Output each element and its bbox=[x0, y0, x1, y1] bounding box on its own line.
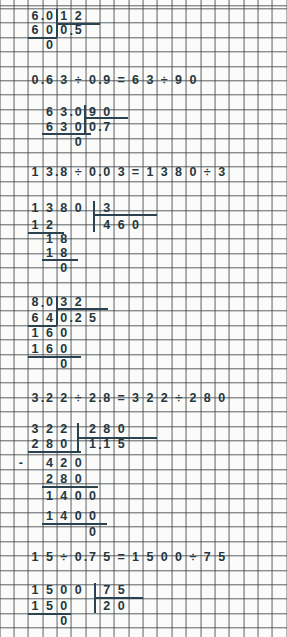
digit-cell: 0 bbox=[71, 583, 85, 597]
digit-cell: 2 bbox=[42, 218, 56, 232]
decimal-point: . bbox=[69, 24, 72, 38]
equation-digit-cell: 3. bbox=[28, 391, 42, 405]
decimal-point: . bbox=[98, 391, 101, 405]
digit-cell: 3 bbox=[100, 201, 114, 215]
equation-digit-cell: 5 bbox=[143, 550, 157, 564]
digit-cell: 3. bbox=[57, 105, 71, 119]
decimal-point: . bbox=[69, 311, 72, 325]
equation-digit-cell: 2 bbox=[57, 391, 71, 405]
equation-equals-sign: = bbox=[128, 165, 142, 179]
digit-cell: 8 bbox=[57, 201, 71, 215]
digit-cell: 0 bbox=[85, 509, 99, 523]
equation-division-sign: ÷ bbox=[157, 73, 171, 87]
equation-digit-cell: 7 bbox=[200, 550, 214, 564]
equation-digit-cell: 0. bbox=[85, 165, 99, 179]
decimal-point: . bbox=[41, 9, 44, 23]
decimal-point: . bbox=[98, 165, 101, 179]
equation-digit-cell: 9 bbox=[100, 73, 114, 87]
digit-cell: 1 bbox=[28, 326, 42, 340]
work-row: 0 bbox=[0, 357, 287, 371]
equation-digit-cell: 1 bbox=[28, 550, 42, 564]
digit-cell: 0 bbox=[57, 357, 71, 371]
digit-cell: 1 bbox=[42, 509, 56, 523]
digit-cell: 8 bbox=[100, 422, 114, 436]
decimal-point: . bbox=[84, 550, 87, 564]
digit-cell: 0 bbox=[114, 599, 128, 613]
digit-cell: 1 bbox=[28, 599, 42, 613]
work-row: 12460 bbox=[0, 218, 287, 232]
equation-row: 13.8÷0.03=1380÷3 bbox=[0, 165, 287, 179]
digit-cell: 8 bbox=[57, 232, 71, 246]
equation-digit-cell: 5 bbox=[214, 550, 228, 564]
digit-cell: 0 bbox=[57, 583, 71, 597]
digit-cell: 0 bbox=[57, 614, 71, 628]
digit-cell: 6. bbox=[28, 9, 42, 23]
equation-digit-cell: 0 bbox=[214, 391, 228, 405]
digit-cell: 0 bbox=[128, 218, 142, 232]
digit-cell: 4 bbox=[100, 218, 114, 232]
work-row: 150075 bbox=[0, 583, 287, 597]
digit-cell: 2 bbox=[100, 599, 114, 613]
equation-digit-cell: 5 bbox=[100, 550, 114, 564]
digit-cell: 1 bbox=[57, 9, 71, 23]
subtraction-line bbox=[42, 486, 98, 488]
digit-cell: 2 bbox=[71, 9, 85, 23]
equation-digit-cell: 3 bbox=[157, 165, 171, 179]
digit-cell: 6 bbox=[42, 326, 56, 340]
digit-cell: 1 bbox=[100, 437, 114, 451]
digit-cell: 6 bbox=[42, 120, 56, 134]
equation-digit-cell: 0 bbox=[157, 550, 171, 564]
work-row: 63.090 bbox=[0, 105, 287, 119]
digit-cell: 2 bbox=[28, 437, 42, 451]
digit-cell: 1 bbox=[28, 342, 42, 356]
digit-cell: 0 bbox=[71, 120, 85, 134]
digit-cell: 0 bbox=[42, 9, 56, 23]
equation-equals-sign: = bbox=[114, 550, 128, 564]
equation-division-sign: ÷ bbox=[186, 550, 200, 564]
equation-row: 3.22÷2.8=322÷280 bbox=[0, 391, 287, 405]
digit-cell: 0 bbox=[57, 599, 71, 613]
quotient-line bbox=[85, 117, 128, 119]
equation-equals-sign: = bbox=[114, 73, 128, 87]
digit-cell: 0 bbox=[57, 342, 71, 356]
equation-digit-cell: 2. bbox=[85, 391, 99, 405]
equation-digit-cell: 8 bbox=[171, 165, 185, 179]
work-row: 13803 bbox=[0, 201, 287, 215]
work-row: 18 bbox=[0, 232, 287, 246]
work-row: 0 bbox=[0, 135, 287, 149]
digit-cell: 2 bbox=[57, 456, 71, 470]
equation-digit-cell: 0 bbox=[171, 550, 185, 564]
equation-digit-cell: 3 bbox=[57, 73, 71, 87]
divisor-bar bbox=[93, 201, 95, 232]
decimal-point: . bbox=[41, 296, 44, 310]
digit-cell: 2 bbox=[85, 422, 99, 436]
subtraction-line bbox=[28, 325, 57, 327]
subtraction-line bbox=[42, 133, 91, 135]
equation-digit-cell: 0. bbox=[71, 550, 85, 564]
equation-division-sign: ÷ bbox=[71, 73, 85, 87]
decimal-point: . bbox=[41, 73, 44, 87]
equation-equals-sign: = bbox=[114, 391, 128, 405]
digit-cell: 6 bbox=[28, 23, 42, 37]
equation-digit-cell: 6 bbox=[42, 73, 56, 87]
equation-digit-cell: 3. bbox=[42, 165, 56, 179]
equation-digit-cell: 0 bbox=[100, 165, 114, 179]
digit-cell: 0 bbox=[71, 509, 85, 523]
equation-digit-cell: 8 bbox=[100, 391, 114, 405]
decimal-point: . bbox=[69, 105, 72, 119]
digit-cell: 0 bbox=[57, 261, 71, 275]
digit-cell: 2 bbox=[57, 422, 71, 436]
equation-digit-cell: 1 bbox=[143, 165, 157, 179]
equation-digit-cell: 0. bbox=[28, 73, 42, 87]
subtraction-line bbox=[42, 523, 107, 525]
equation-digit-cell: 3 bbox=[143, 73, 157, 87]
equation-row: 15÷0.75=1500÷75 bbox=[0, 550, 287, 564]
equation-digit-cell: 3 bbox=[114, 165, 128, 179]
digit-cell: 4 bbox=[42, 311, 56, 325]
digit-cell: 0 bbox=[57, 326, 71, 340]
digit-cell: 6 bbox=[42, 342, 56, 356]
digit-cell: 6 bbox=[28, 311, 42, 325]
subtraction-line bbox=[28, 232, 64, 234]
equation-digit-cell: 1 bbox=[128, 550, 142, 564]
quotient-line bbox=[94, 214, 157, 216]
digit-cell: 0 bbox=[114, 422, 128, 436]
equation-digit-cell: 6 bbox=[128, 73, 142, 87]
work-row: 1400 bbox=[0, 489, 287, 503]
decimal-point: . bbox=[98, 73, 101, 87]
digit-cell: 5 bbox=[114, 437, 128, 451]
digit-cell: 4 bbox=[57, 489, 71, 503]
equation-digit-cell: 3 bbox=[214, 165, 228, 179]
quotient-line bbox=[95, 597, 142, 599]
digit-cell: 6 bbox=[114, 218, 128, 232]
work-row: 160 bbox=[0, 326, 287, 340]
digit-cell: 8. bbox=[28, 295, 42, 309]
equation-digit-cell: 8 bbox=[57, 165, 71, 179]
work-row: 6300.7 bbox=[0, 120, 287, 134]
digit-cell: 5 bbox=[85, 311, 99, 325]
digit-cell: 1 bbox=[42, 489, 56, 503]
work-row: 322280 bbox=[0, 422, 287, 436]
digit-cell: 0 bbox=[71, 456, 85, 470]
equation-division-sign: ÷ bbox=[171, 391, 185, 405]
digit-cell: 1 bbox=[28, 218, 42, 232]
digit-cell: 8 bbox=[42, 437, 56, 451]
digit-cell: 2 bbox=[71, 311, 85, 325]
digit-cell: 5 bbox=[71, 23, 85, 37]
equation-division-sign: ÷ bbox=[71, 165, 85, 179]
subtraction-line bbox=[28, 451, 81, 453]
subtraction-line bbox=[42, 259, 78, 261]
equation-division-sign: ÷ bbox=[57, 550, 71, 564]
minus-sign: - bbox=[14, 456, 28, 470]
subtraction-line bbox=[28, 356, 81, 358]
equation-digit-cell: 2 bbox=[143, 391, 157, 405]
decimal-point: . bbox=[55, 165, 58, 179]
digit-cell: 5 bbox=[42, 599, 56, 613]
equation-division-sign: ÷ bbox=[200, 165, 214, 179]
work-row: 0 bbox=[0, 261, 287, 275]
digit-cell: 4 bbox=[42, 456, 56, 470]
work-row: 640.25 bbox=[0, 311, 287, 325]
equation-digit-cell: 0 bbox=[186, 165, 200, 179]
equation-digit-cell: 3 bbox=[128, 391, 142, 405]
work-row: 600.5 bbox=[0, 23, 287, 37]
digit-cell: 6 bbox=[42, 105, 56, 119]
work-row: 0 bbox=[0, 38, 287, 52]
work-row: 280 bbox=[0, 472, 287, 486]
work-row: -420 bbox=[0, 456, 287, 470]
digit-cell: 5 bbox=[42, 583, 56, 597]
digit-cell: 0 bbox=[71, 201, 85, 215]
digit-cell: 0 bbox=[42, 38, 56, 52]
digit-cell: 1 bbox=[28, 583, 42, 597]
equation-digit-cell: 7 bbox=[85, 550, 99, 564]
work-row: 15020 bbox=[0, 599, 287, 613]
work-row: 1400 bbox=[0, 509, 287, 523]
digit-cell: 0 bbox=[42, 295, 56, 309]
decimal-point: . bbox=[98, 438, 101, 452]
digit-cell: 0 bbox=[85, 525, 99, 539]
digit-cell: 0. bbox=[57, 23, 71, 37]
digit-cell: 0 bbox=[42, 23, 56, 37]
digit-cell: 2 bbox=[42, 472, 56, 486]
subtraction-line bbox=[28, 37, 57, 39]
digit-cell: 2 bbox=[42, 422, 56, 436]
equation-row: 0.63÷0.9=63÷90 bbox=[0, 73, 287, 87]
digit-cell: 1 bbox=[28, 201, 42, 215]
work-row: 2801.15 bbox=[0, 437, 287, 451]
work-row: 6.012 bbox=[0, 9, 287, 23]
digit-cell: 8 bbox=[57, 472, 71, 486]
equation-digit-cell: 2 bbox=[186, 391, 200, 405]
digit-cell: 0 bbox=[85, 489, 99, 503]
equation-digit-cell: 2 bbox=[157, 391, 171, 405]
digit-cell: 0 bbox=[57, 437, 71, 451]
digit-cell: 1. bbox=[85, 437, 99, 451]
subtraction-line bbox=[28, 613, 71, 615]
digit-cell: 0 bbox=[71, 135, 85, 149]
digit-cell: 2 bbox=[71, 295, 85, 309]
equation-digit-cell: 0 bbox=[186, 73, 200, 87]
digit-cell: 1 bbox=[42, 232, 56, 246]
work-row: 8.032 bbox=[0, 295, 287, 309]
work-row: 0 bbox=[0, 525, 287, 539]
quotient-line bbox=[57, 23, 100, 25]
decimal-point: . bbox=[98, 120, 101, 134]
equation-digit-cell: 1 bbox=[28, 165, 42, 179]
equation-digit-cell: 0. bbox=[85, 73, 99, 87]
digit-cell: 0 bbox=[71, 105, 85, 119]
digit-cell: 3 bbox=[57, 120, 71, 134]
digit-cell: 0. bbox=[85, 120, 99, 134]
equation-digit-cell: 9 bbox=[171, 73, 185, 87]
digit-cell: 7 bbox=[100, 583, 114, 597]
work-row: 0 bbox=[0, 614, 287, 628]
graph-paper-worksheet: 6.012600.500.63÷0.9=63÷9063.0906300.7013… bbox=[0, 0, 287, 637]
digit-cell: 0. bbox=[57, 311, 71, 325]
digit-cell: 4 bbox=[57, 509, 71, 523]
digit-cell: 0 bbox=[71, 472, 85, 486]
equation-digit-cell: 5 bbox=[42, 550, 56, 564]
equation-division-sign: ÷ bbox=[71, 391, 85, 405]
digit-cell: 3 bbox=[42, 201, 56, 215]
digit-cell: 5 bbox=[114, 583, 128, 597]
equation-digit-cell: 8 bbox=[200, 391, 214, 405]
quotient-line bbox=[78, 437, 157, 439]
digit-cell: 3 bbox=[28, 422, 42, 436]
digit-cell: 7 bbox=[100, 120, 114, 134]
equation-digit-cell: 2 bbox=[42, 391, 56, 405]
digit-cell: 3 bbox=[57, 295, 71, 309]
work-row: 160 bbox=[0, 342, 287, 356]
decimal-point: . bbox=[41, 391, 44, 405]
quotient-line bbox=[57, 308, 109, 310]
digit-cell: 0 bbox=[71, 489, 85, 503]
